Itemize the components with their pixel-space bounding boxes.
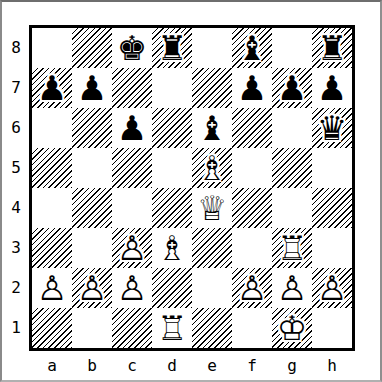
rank-labels: 87654321 bbox=[6, 28, 26, 348]
square-c3[interactable]: ♟♙ bbox=[112, 228, 152, 268]
white-bishop: ♝♗ bbox=[192, 148, 232, 188]
file-label-f: f bbox=[232, 352, 272, 380]
black-rook: ♜ bbox=[152, 28, 192, 68]
white-pawn: ♟♙ bbox=[272, 268, 312, 308]
square-f4[interactable] bbox=[232, 188, 272, 228]
rank-label-3: 3 bbox=[6, 228, 26, 268]
white-rook: ♜♖ bbox=[272, 228, 312, 268]
black-pawn: ♟ bbox=[232, 68, 272, 108]
rank-label-6: 6 bbox=[6, 108, 26, 148]
square-a3[interactable] bbox=[32, 228, 72, 268]
square-d3[interactable]: ♝♗ bbox=[152, 228, 192, 268]
white-rook: ♜♖ bbox=[152, 308, 192, 348]
square-e7[interactable] bbox=[192, 68, 232, 108]
square-h1[interactable] bbox=[312, 308, 352, 348]
file-label-g: g bbox=[272, 352, 312, 380]
chess-diagram-window: { "game": "chess", "position": { "fen": … bbox=[0, 0, 382, 382]
square-f6[interactable] bbox=[232, 108, 272, 148]
square-c5[interactable] bbox=[112, 148, 152, 188]
white-pawn: ♟♙ bbox=[72, 268, 112, 308]
white-queen: ♛♕ bbox=[192, 188, 232, 228]
white-pawn: ♟♙ bbox=[112, 228, 152, 268]
black-pawn: ♟ bbox=[272, 68, 312, 108]
file-label-e: e bbox=[192, 352, 232, 380]
black-rook: ♜ bbox=[312, 28, 352, 68]
white-pawn: ♟♙ bbox=[32, 268, 72, 308]
white-king: ♚♔ bbox=[272, 308, 312, 348]
rank-label-1: 1 bbox=[6, 308, 26, 348]
chess-board: ♚♜♝♜♟♟♟♟♟♟♝♛♝♗♛♕♟♙♝♗♜♖♟♙♟♙♟♙♟♙♟♙♟♙♜♖♚♔ bbox=[29, 25, 355, 351]
rank-label-5: 5 bbox=[6, 148, 26, 188]
square-e6[interactable]: ♝ bbox=[192, 108, 232, 148]
black-pawn: ♟ bbox=[312, 68, 352, 108]
rank-label-4: 4 bbox=[6, 188, 26, 228]
white-pawn: ♟♙ bbox=[112, 268, 152, 308]
rank-label-8: 8 bbox=[6, 28, 26, 68]
square-g8[interactable] bbox=[272, 28, 312, 68]
square-e4[interactable]: ♛♕ bbox=[192, 188, 232, 228]
square-g5[interactable] bbox=[272, 148, 312, 188]
square-d8[interactable]: ♜ bbox=[152, 28, 192, 68]
square-f7[interactable]: ♟ bbox=[232, 68, 272, 108]
square-a4[interactable] bbox=[32, 188, 72, 228]
square-a1[interactable] bbox=[32, 308, 72, 348]
white-bishop: ♝♗ bbox=[152, 228, 192, 268]
square-a7[interactable]: ♟ bbox=[32, 68, 72, 108]
square-f5[interactable] bbox=[232, 148, 272, 188]
square-c1[interactable] bbox=[112, 308, 152, 348]
file-labels: abcdefgh bbox=[32, 352, 352, 380]
square-d2[interactable] bbox=[152, 268, 192, 308]
rank-label-7: 7 bbox=[6, 68, 26, 108]
square-f2[interactable]: ♟♙ bbox=[232, 268, 272, 308]
square-e5[interactable]: ♝♗ bbox=[192, 148, 232, 188]
square-g1[interactable]: ♚♔ bbox=[272, 308, 312, 348]
square-a8[interactable] bbox=[32, 28, 72, 68]
square-c6[interactable]: ♟ bbox=[112, 108, 152, 148]
black-pawn: ♟ bbox=[72, 68, 112, 108]
square-h5[interactable] bbox=[312, 148, 352, 188]
square-g2[interactable]: ♟♙ bbox=[272, 268, 312, 308]
square-d7[interactable] bbox=[152, 68, 192, 108]
square-d5[interactable] bbox=[152, 148, 192, 188]
square-h2[interactable]: ♟♙ bbox=[312, 268, 352, 308]
square-g7[interactable]: ♟ bbox=[272, 68, 312, 108]
square-h6[interactable]: ♛ bbox=[312, 108, 352, 148]
square-b7[interactable]: ♟ bbox=[72, 68, 112, 108]
file-label-c: c bbox=[112, 352, 152, 380]
square-e3[interactable] bbox=[192, 228, 232, 268]
square-b3[interactable] bbox=[72, 228, 112, 268]
black-pawn: ♟ bbox=[32, 68, 72, 108]
square-a6[interactable] bbox=[32, 108, 72, 148]
square-e1[interactable] bbox=[192, 308, 232, 348]
square-a5[interactable] bbox=[32, 148, 72, 188]
square-a2[interactable]: ♟♙ bbox=[32, 268, 72, 308]
square-d6[interactable] bbox=[152, 108, 192, 148]
square-c4[interactable] bbox=[112, 188, 152, 228]
square-b1[interactable] bbox=[72, 308, 112, 348]
file-label-d: d bbox=[152, 352, 192, 380]
square-h3[interactable] bbox=[312, 228, 352, 268]
square-g6[interactable] bbox=[272, 108, 312, 148]
black-queen: ♛ bbox=[312, 108, 352, 148]
black-bishop: ♝ bbox=[232, 28, 272, 68]
black-pawn: ♟ bbox=[112, 108, 152, 148]
file-label-a: a bbox=[32, 352, 72, 380]
square-f1[interactable] bbox=[232, 308, 272, 348]
square-b6[interactable] bbox=[72, 108, 112, 148]
square-c7[interactable] bbox=[112, 68, 152, 108]
square-f3[interactable] bbox=[232, 228, 272, 268]
square-h4[interactable] bbox=[312, 188, 352, 228]
white-pawn: ♟♙ bbox=[312, 268, 352, 308]
black-king: ♚ bbox=[112, 28, 152, 68]
square-h7[interactable]: ♟ bbox=[312, 68, 352, 108]
square-g4[interactable] bbox=[272, 188, 312, 228]
square-e2[interactable] bbox=[192, 268, 232, 308]
square-b5[interactable] bbox=[72, 148, 112, 188]
file-label-b: b bbox=[72, 352, 112, 380]
square-b8[interactable] bbox=[72, 28, 112, 68]
square-b2[interactable]: ♟♙ bbox=[72, 268, 112, 308]
white-pawn: ♟♙ bbox=[232, 268, 272, 308]
file-label-h: h bbox=[312, 352, 352, 380]
square-c8[interactable]: ♚ bbox=[112, 28, 152, 68]
square-d1[interactable]: ♜♖ bbox=[152, 308, 192, 348]
rank-label-2: 2 bbox=[6, 268, 26, 308]
square-e8[interactable] bbox=[192, 28, 232, 68]
black-bishop: ♝ bbox=[192, 108, 232, 148]
square-f8[interactable]: ♝ bbox=[232, 28, 272, 68]
square-b4[interactable] bbox=[72, 188, 112, 228]
square-c2[interactable]: ♟♙ bbox=[112, 268, 152, 308]
square-d4[interactable] bbox=[152, 188, 192, 228]
square-g3[interactable]: ♜♖ bbox=[272, 228, 312, 268]
square-h8[interactable]: ♜ bbox=[312, 28, 352, 68]
